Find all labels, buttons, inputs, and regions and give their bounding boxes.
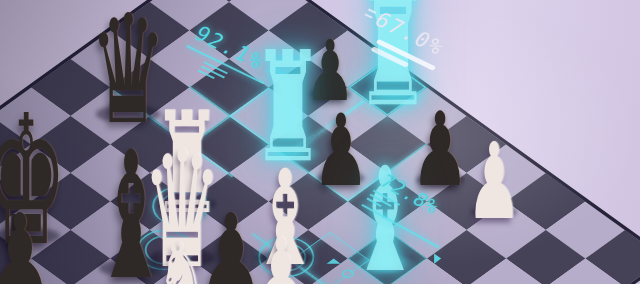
chess-scene: ♚♛♝♟♟♟♟♟♜♛♝♟♟♞♜♜♝ 92.1% 67.0% 72.8% — [0, 0, 640, 284]
